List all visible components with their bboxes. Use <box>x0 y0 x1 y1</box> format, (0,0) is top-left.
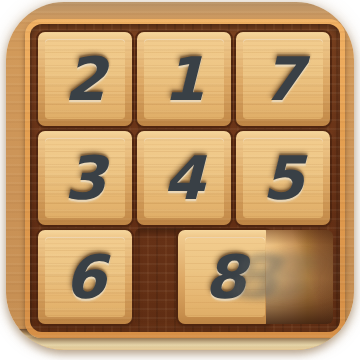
tile-face: 4 <box>144 138 224 218</box>
tile-5[interactable]: 5 <box>236 131 330 225</box>
puzzle-app-icon: 2 1 7 <box>0 0 360 360</box>
tile-number: 2 <box>64 49 106 109</box>
tile-7[interactable]: 7 <box>236 32 330 126</box>
tile-face: 1 <box>144 39 224 119</box>
tile-face: 2 <box>45 39 125 119</box>
tile-number: 8 <box>204 247 246 307</box>
tile-1[interactable]: 1 <box>137 32 231 126</box>
cell-r2c3: 5 <box>236 131 330 225</box>
tile-8-sliding[interactable]: 8 <box>178 230 272 324</box>
tile-face: 3 <box>45 138 125 218</box>
cell-r1c1: 2 <box>38 32 132 126</box>
wood-frame: 2 1 7 <box>6 2 354 350</box>
tile-2[interactable]: 2 <box>38 32 132 126</box>
tile-face: 6 <box>45 237 125 317</box>
tile-4[interactable]: 4 <box>137 131 231 225</box>
tile-number: 7 <box>262 49 304 109</box>
cell-r2c2: 4 <box>137 131 231 225</box>
puzzle-board: 2 1 7 <box>30 24 340 332</box>
tile-number: 3 <box>64 148 106 208</box>
cell-r1c3: 7 <box>236 32 330 126</box>
tile-3[interactable]: 3 <box>38 131 132 225</box>
cell-r1c2: 1 <box>137 32 231 126</box>
tile-face: 7 <box>243 39 323 119</box>
tile-face: 5 <box>243 138 323 218</box>
cell-r3c1: 6 <box>38 230 132 324</box>
cell-r2c1: 3 <box>38 131 132 225</box>
tile-number: 4 <box>163 148 205 208</box>
tile-number: 1 <box>163 49 205 109</box>
tile-number: 5 <box>262 148 304 208</box>
tile-6[interactable]: 6 <box>38 230 132 324</box>
tile-face: 8 <box>185 237 265 317</box>
tile-number: 6 <box>64 247 106 307</box>
